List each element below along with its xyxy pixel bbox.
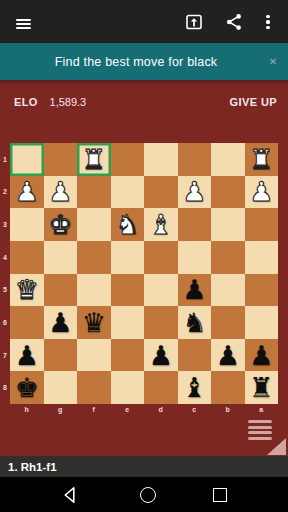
file-label-h: h <box>10 404 44 415</box>
file-label-b: b <box>211 404 245 415</box>
square-d4[interactable] <box>144 241 178 274</box>
square-f1[interactable]: ♜ <box>77 143 111 176</box>
black-pawn-d7: ♟ <box>149 342 173 369</box>
rank-label-7: 7 <box>0 339 10 372</box>
file-label-g: g <box>44 404 78 415</box>
menu-icon[interactable] <box>16 19 31 29</box>
square-g4[interactable] <box>44 241 78 274</box>
square-c4[interactable] <box>178 241 212 274</box>
rank-label-2: 2 <box>0 176 10 209</box>
square-b7[interactable]: ♟ <box>211 339 245 372</box>
square-c3[interactable] <box>178 208 212 241</box>
square-b6[interactable] <box>211 306 245 339</box>
banner-close-icon[interactable]: ✕ <box>258 56 288 67</box>
square-h4[interactable] <box>10 241 44 274</box>
nav-recents-button[interactable] <box>200 477 240 512</box>
elo-label: ELO <box>14 96 38 108</box>
nav-back-button[interactable] <box>50 477 90 512</box>
square-h2[interactable]: ♟ <box>10 176 44 209</box>
square-a7[interactable]: ♟ <box>245 339 279 372</box>
give-up-button[interactable]: GIVE UP <box>230 96 277 108</box>
rank-label-8: 8 <box>0 371 10 404</box>
status-row: ELO 1,589.3 GIVE UP <box>14 94 277 109</box>
square-e6[interactable] <box>111 306 145 339</box>
black-pawn-h7: ♟ <box>15 342 39 369</box>
file-label-e: e <box>111 404 145 415</box>
square-e7[interactable] <box>111 339 145 372</box>
square-g5[interactable] <box>44 274 78 307</box>
square-g8[interactable] <box>44 371 78 404</box>
white-pawn-c2: ♟ <box>182 178 206 205</box>
square-e1[interactable] <box>111 143 145 176</box>
black-pawn-a7: ♟ <box>249 342 273 369</box>
square-a4[interactable] <box>245 241 279 274</box>
square-f3[interactable] <box>77 208 111 241</box>
square-e5[interactable] <box>111 274 145 307</box>
white-rook-f1: ♜ <box>82 146 106 173</box>
puzzle-prompt-text: Find the best move for black <box>0 55 258 69</box>
square-g3[interactable]: ♚ <box>44 208 78 241</box>
square-b1[interactable] <box>211 143 245 176</box>
square-f2[interactable] <box>77 176 111 209</box>
square-d2[interactable] <box>144 176 178 209</box>
puzzle-prompt-banner: Find the best move for black ✕ <box>0 43 288 80</box>
rank-label-1: 1 <box>0 143 10 176</box>
square-b2[interactable] <box>211 176 245 209</box>
square-g7[interactable] <box>44 339 78 372</box>
square-c6[interactable]: ♞ <box>178 306 212 339</box>
square-d6[interactable] <box>144 306 178 339</box>
square-a3[interactable] <box>245 208 279 241</box>
move-entry: 1. Rh1-f1 <box>8 461 57 473</box>
black-rook-a8: ♜ <box>249 374 273 401</box>
square-g6[interactable]: ♟ <box>44 306 78 339</box>
overflow-menu-icon[interactable] <box>258 12 278 32</box>
square-h3[interactable] <box>10 208 44 241</box>
square-f5[interactable] <box>77 274 111 307</box>
square-h7[interactable]: ♟ <box>10 339 44 372</box>
chess-board: ♜♜♟♟♟♟♚♞♝♛♟♟♛♞♟♟♟♟♚♝♜ <box>10 143 278 404</box>
file-label-c: c <box>178 404 212 415</box>
square-e2[interactable] <box>111 176 145 209</box>
square-c8[interactable]: ♝ <box>178 371 212 404</box>
square-h5[interactable]: ♛ <box>10 274 44 307</box>
white-king-g3: ♚ <box>48 211 72 238</box>
black-pawn-b7: ♟ <box>216 342 240 369</box>
square-c1[interactable] <box>178 143 212 176</box>
top-app-bar <box>0 0 288 43</box>
rank-labels: 12345678 <box>0 143 10 404</box>
square-g2[interactable]: ♟ <box>44 176 78 209</box>
white-pawn-a2: ♟ <box>249 178 273 205</box>
move-list-bar[interactable]: 1. Rh1-f1 <box>0 456 288 477</box>
square-c2[interactable]: ♟ <box>178 176 212 209</box>
rank-label-4: 4 <box>0 241 10 274</box>
square-f7[interactable] <box>77 339 111 372</box>
app-screen: Find the best move for black ✕ ELO 1,589… <box>0 0 288 512</box>
square-d8[interactable] <box>144 371 178 404</box>
square-a6[interactable] <box>245 306 279 339</box>
file-label-f: f <box>77 404 111 415</box>
white-pawn-h2: ♟ <box>15 178 39 205</box>
square-f6[interactable]: ♛ <box>77 306 111 339</box>
nav-home-button[interactable] <box>128 477 168 512</box>
square-a5[interactable] <box>245 274 279 307</box>
black-king-h8: ♚ <box>15 374 39 401</box>
elo-value: 1,589.3 <box>50 96 230 108</box>
square-f8[interactable] <box>77 371 111 404</box>
expand-corner-icon[interactable] <box>267 438 286 455</box>
square-e4[interactable] <box>111 241 145 274</box>
black-knight-c6: ♞ <box>182 309 206 336</box>
square-a2[interactable]: ♟ <box>245 176 279 209</box>
white-queen-h5: ♛ <box>15 276 39 303</box>
white-rook-a1: ♜ <box>249 146 273 173</box>
android-nav-bar <box>0 477 288 512</box>
file-labels: hgfedcba <box>10 404 278 415</box>
square-b3[interactable] <box>211 208 245 241</box>
white-bishop-d3: ♝ <box>149 211 173 238</box>
black-pawn-c5: ♟ <box>182 276 206 303</box>
square-h8[interactable]: ♚ <box>10 371 44 404</box>
square-g1[interactable] <box>44 143 78 176</box>
square-d1[interactable] <box>144 143 178 176</box>
square-b4[interactable] <box>211 241 245 274</box>
square-a1[interactable]: ♜ <box>245 143 279 176</box>
share-icon[interactable] <box>224 12 244 32</box>
black-queen-f6: ♛ <box>82 309 106 336</box>
white-knight-e3: ♞ <box>115 211 139 238</box>
file-label-d: d <box>144 404 178 415</box>
square-a8[interactable]: ♜ <box>245 371 279 404</box>
file-label-a: a <box>245 404 279 415</box>
square-b5[interactable] <box>211 274 245 307</box>
square-f4[interactable] <box>77 241 111 274</box>
square-d3[interactable]: ♝ <box>144 208 178 241</box>
square-d5[interactable] <box>144 274 178 307</box>
square-b8[interactable] <box>211 371 245 404</box>
rank-label-6: 6 <box>0 306 10 339</box>
square-c5[interactable]: ♟ <box>178 274 212 307</box>
square-e3[interactable]: ♞ <box>111 208 145 241</box>
square-e8[interactable] <box>111 371 145 404</box>
square-d7[interactable]: ♟ <box>144 339 178 372</box>
black-pawn-g6: ♟ <box>48 309 72 336</box>
square-c7[interactable] <box>178 339 212 372</box>
black-bishop-c8: ♝ <box>182 374 206 401</box>
open-in-browser-icon[interactable] <box>184 12 204 32</box>
white-pawn-g2: ♟ <box>48 178 72 205</box>
square-h1[interactable] <box>10 143 44 176</box>
rank-label-3: 3 <box>0 208 10 241</box>
square-h6[interactable] <box>10 306 44 339</box>
rank-label-5: 5 <box>0 274 10 307</box>
